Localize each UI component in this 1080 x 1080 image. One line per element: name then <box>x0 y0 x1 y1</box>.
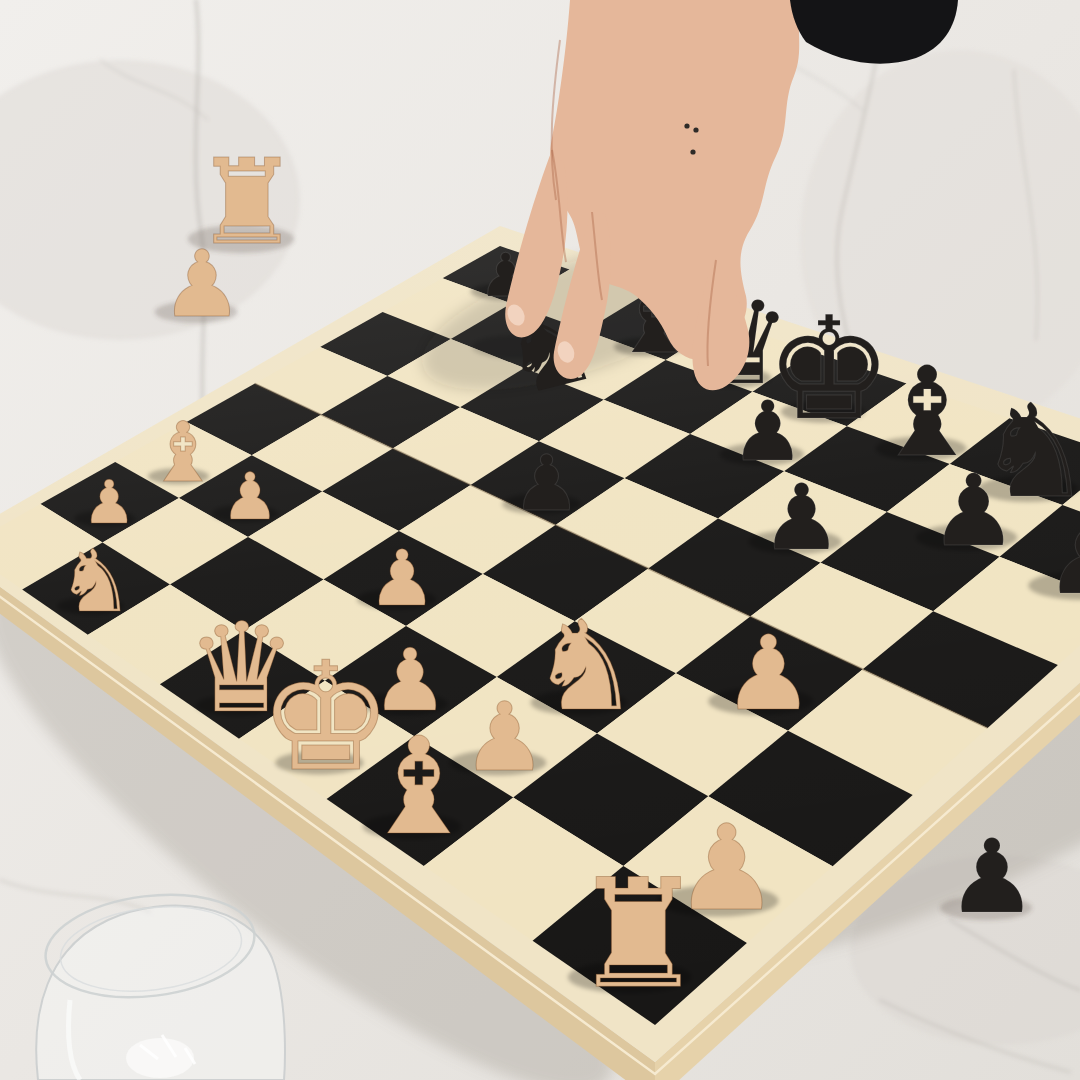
piece-white-pawn-d3: ♟ <box>368 534 437 623</box>
piece-white-pawn-a2: ♟ <box>82 467 136 537</box>
offboard-black-pawn: ♟ <box>946 817 1037 936</box>
piece-white-pawn-b3: ♟ <box>221 459 279 534</box>
piece-black-pawn-d5: ♟ <box>512 439 581 528</box>
offboard-white-pawn: ♟ <box>161 231 243 338</box>
piece-black-pawn-h7: ♟ <box>1043 492 1080 619</box>
chess-photo-recreation: ♟♝♛♚♝♟♝♞♟♟♟♟♟♟♟♞♟♞♟♛♟♚♝♟♜♞♜♟♟ <box>0 0 1080 1080</box>
scene: ♟♝♛♚♝♟♝♞♟♟♟♟♟♟♟♞♟♞♟♛♟♚♝♟♜♞♜♟♟ <box>0 0 1080 1080</box>
piece-black-pawn-g7: ♟ <box>929 453 1018 568</box>
piece-white-bishop-f1: ♝ <box>359 709 479 865</box>
piece-black-pawn-f6: ♟ <box>761 465 843 570</box>
piece-white-pawn-g4: ♟ <box>722 613 814 733</box>
piece-white-rook-h1: ♜ <box>571 847 705 1021</box>
piece-white-bishop-a3: ♝ <box>146 404 220 501</box>
piece-white-knight-b1: ♞ <box>57 531 134 631</box>
